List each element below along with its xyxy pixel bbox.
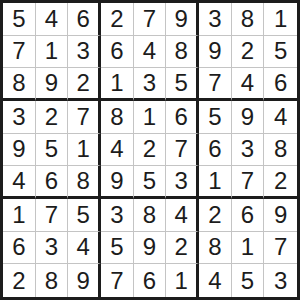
sudoku-cell-r7c6[interactable]: 4 xyxy=(166,199,199,232)
sudoku-cell-r7c7[interactable]: 2 xyxy=(199,199,232,232)
sudoku-cell-r5c2[interactable]: 5 xyxy=(36,134,69,167)
sudoku-cell-r1c8[interactable]: 8 xyxy=(232,3,265,36)
sudoku-cell-r2c4[interactable]: 6 xyxy=(101,36,134,69)
sudoku-cell-r5c3[interactable]: 1 xyxy=(68,134,101,167)
sudoku-cell-r2c9[interactable]: 5 xyxy=(264,36,297,69)
sudoku-cell-r5c4[interactable]: 4 xyxy=(101,134,134,167)
sudoku-cell-r6c7[interactable]: 1 xyxy=(199,166,232,199)
sudoku-cell-r3c8[interactable]: 4 xyxy=(232,68,265,101)
sudoku-cell-r4c8[interactable]: 9 xyxy=(232,101,265,134)
sudoku-cell-r1c7[interactable]: 3 xyxy=(199,3,232,36)
sudoku-cell-r1c4[interactable]: 2 xyxy=(101,3,134,36)
sudoku-cell-r8c8[interactable]: 1 xyxy=(232,232,265,265)
sudoku-cell-r4c2[interactable]: 2 xyxy=(36,101,69,134)
sudoku-cell-r9c3[interactable]: 9 xyxy=(68,264,101,297)
sudoku-cell-r7c8[interactable]: 6 xyxy=(232,199,265,232)
sudoku-cell-r1c6[interactable]: 9 xyxy=(166,3,199,36)
sudoku-cell-r8c6[interactable]: 2 xyxy=(166,232,199,265)
sudoku-cell-r4c1[interactable]: 3 xyxy=(3,101,36,134)
sudoku-cell-r8c2[interactable]: 3 xyxy=(36,232,69,265)
sudoku-cell-r9c8[interactable]: 5 xyxy=(232,264,265,297)
sudoku-cell-r2c6[interactable]: 8 xyxy=(166,36,199,69)
sudoku-cell-r1c9[interactable]: 1 xyxy=(264,3,297,36)
sudoku-cell-r6c1[interactable]: 4 xyxy=(3,166,36,199)
sudoku-cell-r8c4[interactable]: 5 xyxy=(101,232,134,265)
sudoku-cell-r8c7[interactable]: 8 xyxy=(199,232,232,265)
sudoku-cell-r6c5[interactable]: 5 xyxy=(134,166,167,199)
sudoku-cell-r8c5[interactable]: 9 xyxy=(134,232,167,265)
sudoku-cell-r7c5[interactable]: 8 xyxy=(134,199,167,232)
sudoku-cell-r5c7[interactable]: 6 xyxy=(199,134,232,167)
sudoku-cell-r7c2[interactable]: 7 xyxy=(36,199,69,232)
sudoku-cell-r5c6[interactable]: 7 xyxy=(166,134,199,167)
sudoku-cell-r3c3[interactable]: 2 xyxy=(68,68,101,101)
sudoku-cell-r1c3[interactable]: 6 xyxy=(68,3,101,36)
sudoku-cell-r7c3[interactable]: 5 xyxy=(68,199,101,232)
sudoku-cell-r5c9[interactable]: 8 xyxy=(264,134,297,167)
sudoku-cell-r9c5[interactable]: 6 xyxy=(134,264,167,297)
sudoku-cell-r5c5[interactable]: 2 xyxy=(134,134,167,167)
sudoku-cell-r8c3[interactable]: 4 xyxy=(68,232,101,265)
sudoku-cell-r1c1[interactable]: 5 xyxy=(3,3,36,36)
sudoku-cell-r2c1[interactable]: 7 xyxy=(3,36,36,69)
sudoku-cell-r8c9[interactable]: 7 xyxy=(264,232,297,265)
sudoku-cell-r5c1[interactable]: 9 xyxy=(3,134,36,167)
sudoku-cell-r6c4[interactable]: 9 xyxy=(101,166,134,199)
sudoku-cell-r2c8[interactable]: 2 xyxy=(232,36,265,69)
sudoku-cell-r3c2[interactable]: 9 xyxy=(36,68,69,101)
sudoku-cell-r2c2[interactable]: 1 xyxy=(36,36,69,69)
sudoku-cell-r7c9[interactable]: 9 xyxy=(264,199,297,232)
sudoku-cell-r4c3[interactable]: 7 xyxy=(68,101,101,134)
sudoku-cell-r8c1[interactable]: 6 xyxy=(3,232,36,265)
sudoku-cell-r3c1[interactable]: 8 xyxy=(3,68,36,101)
sudoku-cell-r3c7[interactable]: 7 xyxy=(199,68,232,101)
sudoku-cell-r2c5[interactable]: 4 xyxy=(134,36,167,69)
sudoku-cell-r9c9[interactable]: 3 xyxy=(264,264,297,297)
sudoku-cell-r6c9[interactable]: 2 xyxy=(264,166,297,199)
sudoku-board: 5462793817136489258921357463278165949514… xyxy=(0,0,300,300)
sudoku-cell-r9c4[interactable]: 7 xyxy=(101,264,134,297)
sudoku-cell-r6c8[interactable]: 7 xyxy=(232,166,265,199)
sudoku-cell-r9c6[interactable]: 1 xyxy=(166,264,199,297)
sudoku-cell-r3c5[interactable]: 3 xyxy=(134,68,167,101)
sudoku-cell-r6c2[interactable]: 6 xyxy=(36,166,69,199)
sudoku-cell-r4c6[interactable]: 6 xyxy=(166,101,199,134)
sudoku-cell-r4c7[interactable]: 5 xyxy=(199,101,232,134)
sudoku-cell-r4c4[interactable]: 8 xyxy=(101,101,134,134)
sudoku-cell-r9c2[interactable]: 8 xyxy=(36,264,69,297)
sudoku-cell-r2c7[interactable]: 9 xyxy=(199,36,232,69)
sudoku-cell-r4c9[interactable]: 4 xyxy=(264,101,297,134)
sudoku-cell-r3c9[interactable]: 6 xyxy=(264,68,297,101)
sudoku-cell-r1c5[interactable]: 7 xyxy=(134,3,167,36)
sudoku-cell-r2c3[interactable]: 3 xyxy=(68,36,101,69)
sudoku-cell-r7c1[interactable]: 1 xyxy=(3,199,36,232)
sudoku-cell-r7c4[interactable]: 3 xyxy=(101,199,134,232)
sudoku-cell-r3c6[interactable]: 5 xyxy=(166,68,199,101)
sudoku-cell-r5c8[interactable]: 3 xyxy=(232,134,265,167)
sudoku-cell-r9c1[interactable]: 2 xyxy=(3,264,36,297)
sudoku-cell-r6c6[interactable]: 3 xyxy=(166,166,199,199)
sudoku-cell-r3c4[interactable]: 1 xyxy=(101,68,134,101)
sudoku-cell-r9c7[interactable]: 4 xyxy=(199,264,232,297)
sudoku-cell-r4c5[interactable]: 1 xyxy=(134,101,167,134)
sudoku-cell-r6c3[interactable]: 8 xyxy=(68,166,101,199)
sudoku-cell-r1c2[interactable]: 4 xyxy=(36,3,69,36)
